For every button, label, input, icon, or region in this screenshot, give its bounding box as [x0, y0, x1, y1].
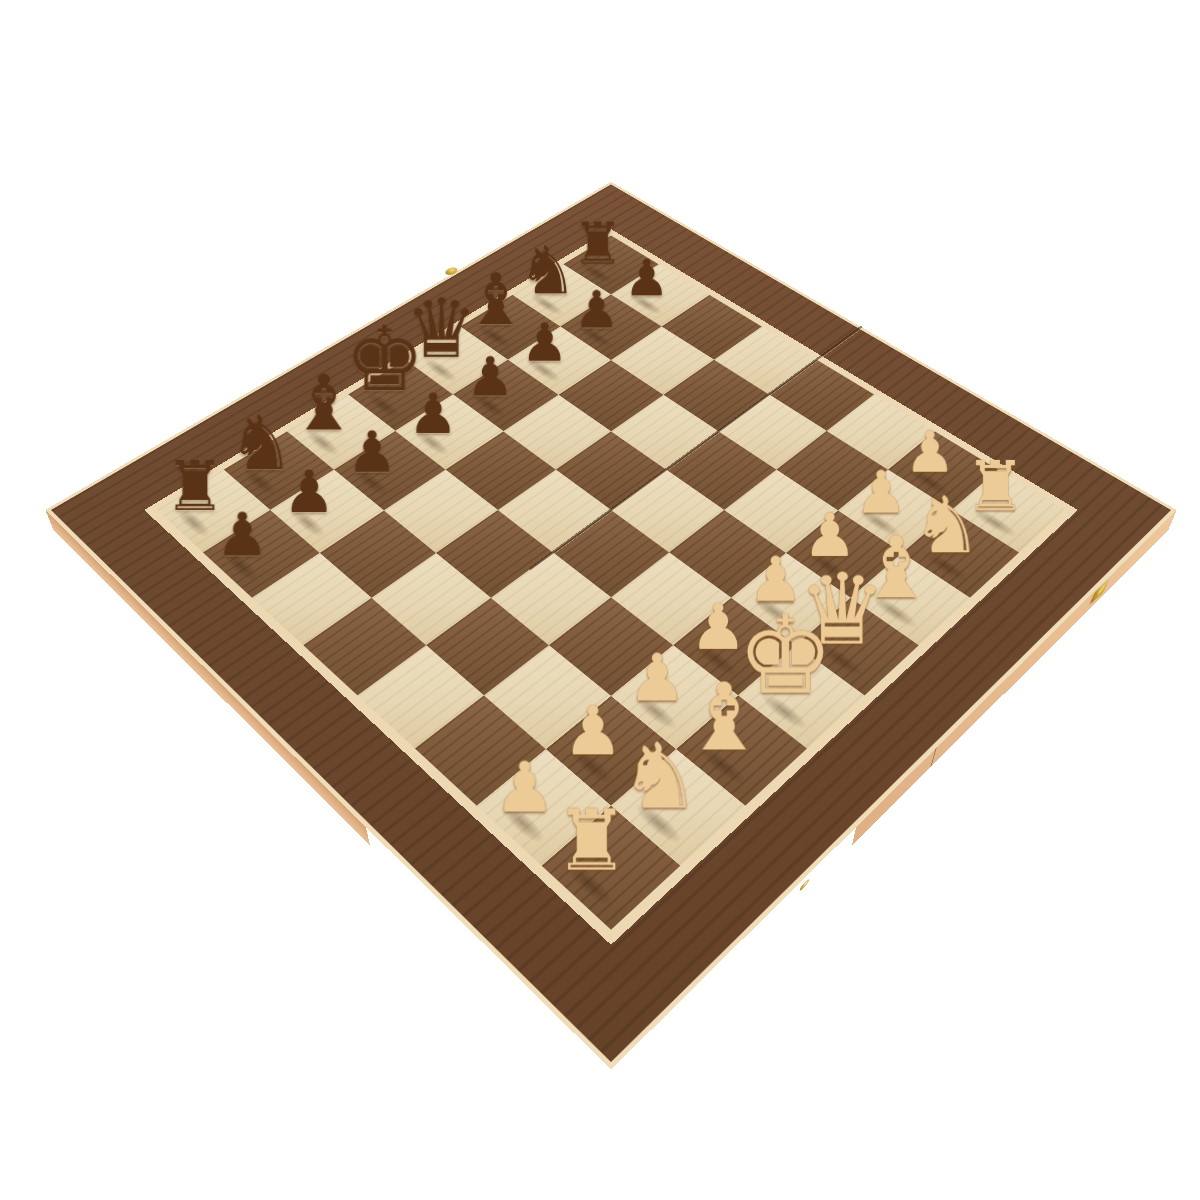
light-rook[interactable]: ♜ [554, 799, 629, 883]
dark-rook[interactable]: ♜ [572, 215, 624, 273]
dark-pawn[interactable]: ♟ [574, 284, 620, 336]
dark-pawn[interactable]: ♟ [283, 463, 335, 521]
dark-pawn[interactable]: ♟ [347, 424, 398, 481]
dark-pawn[interactable]: ♟ [624, 253, 669, 303]
dark-pawn[interactable]: ♟ [408, 386, 458, 441]
product-photo-stage: ♜♟♟♜♞♟♟♞♝♟♟♝♛♟♟♛♚♟♟♚♝♟♟♝♞♟♟♞♜♟♟♜ [0, 0, 1200, 1200]
light-pawn[interactable]: ♟ [628, 644, 687, 709]
maple-strip: ♜♟♟♜♞♟♟♞♝♟♟♝♛♟♟♛♚♟♟♚♝♟♟♝♞♟♟♞♜♟♟♜ [144, 229, 1077, 945]
folding-chess-board: ♜♟♟♜♞♟♟♞♝♟♟♝♛♟♟♛♚♟♟♚♝♟♟♝♞♟♟♞♜♟♟♜ [45, 182, 1176, 1070]
dark-pawn[interactable]: ♟ [521, 316, 568, 369]
chess-grid: ♜♟♟♜♞♟♟♞♝♟♟♝♛♟♟♛♚♟♟♚♝♟♟♝♞♟♟♞♜♟♟♜ [157, 235, 1065, 929]
light-pawn[interactable]: ♟ [493, 752, 555, 821]
dark-pawn[interactable]: ♟ [466, 350, 515, 404]
light-knight[interactable]: ♞ [619, 731, 701, 822]
dark-pawn[interactable]: ♟ [216, 505, 270, 565]
light-pawn[interactable]: ♟ [563, 697, 623, 764]
light-pawn[interactable]: ♟ [855, 463, 907, 521]
light-pawn[interactable]: ♟ [904, 424, 955, 481]
